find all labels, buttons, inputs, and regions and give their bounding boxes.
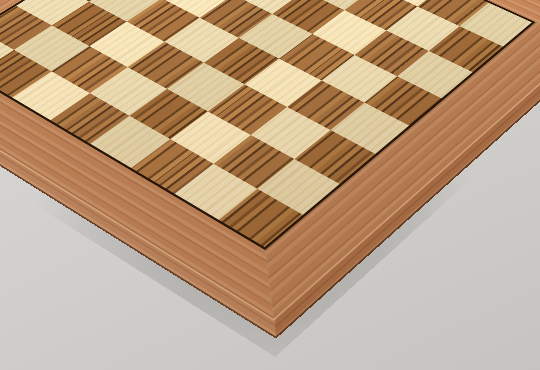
backdrop — [0, 0, 540, 370]
chessboard — [0, 0, 540, 339]
